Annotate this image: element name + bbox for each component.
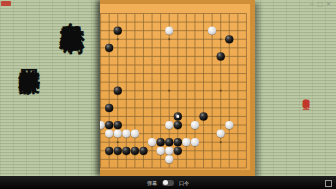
close-icon[interactable]: ✕ — [326, 0, 334, 7]
black-player-column: 黑李赫李轩豪 — [18, 52, 40, 58]
board-grid-and-stones — [100, 0, 255, 176]
bar-center-controls: 弹幕 口令 — [146, 179, 190, 186]
maximize-icon[interactable]: □ — [317, 0, 326, 7]
board-right-edge — [250, 0, 255, 176]
toggle-knob — [163, 180, 168, 185]
corner-badge — [1, 1, 11, 6]
danmaku-label: 弹幕 — [147, 180, 157, 186]
watermark-text: 徐老师围棋教室 — [301, 93, 309, 97]
white-player-column: 白朴志恩李昌镐 — [58, 4, 84, 11]
danmaku-toggle[interactable] — [162, 180, 174, 186]
code-label: 口令 — [179, 180, 189, 186]
fullscreen-icon[interactable] — [325, 180, 332, 187]
board-top-edge — [100, 0, 255, 4]
go-board — [100, 0, 255, 176]
screenshot-root: −□✕ 白朴志恩李昌镐 黑李赫李轩豪 徐老师围棋教室 弹幕 口令 — [0, 0, 336, 189]
window-controls[interactable]: −□✕ — [309, 0, 334, 8]
player-control-bar: 弹幕 口令 — [0, 176, 336, 189]
